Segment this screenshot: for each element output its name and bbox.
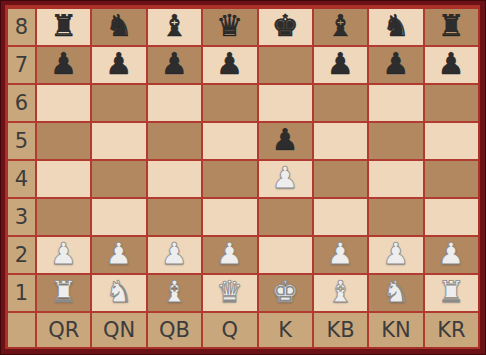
black-pawn[interactable]: ♟ [50,49,77,79]
white-king[interactable]: ♚ [272,277,299,307]
square-e6[interactable] [259,85,312,121]
square-b7[interactable]: ♟ [92,47,145,83]
square-d8[interactable]: ♛ [203,9,256,45]
board-inner-frame: 8♜♞♝♛♚♝♞♜7♟♟♟♟♟♟♟65♟4♟32♟♟♟♟♟♟♟1♜♞♝♛♚♝♞♜… [5,5,480,349]
square-c3[interactable] [148,199,201,235]
rank-label-6: 6 [8,85,35,121]
square-e4[interactable]: ♟ [259,161,312,197]
square-d3[interactable] [203,199,256,235]
corner-cell [8,313,35,347]
square-h7[interactable]: ♟ [425,47,478,83]
black-pawn[interactable]: ♟ [106,49,133,79]
white-queen[interactable]: ♛ [216,277,243,307]
square-d1[interactable]: ♛ [203,275,256,311]
file-label-kr: KR [425,313,478,347]
chess-board-frame: 8♜♞♝♛♚♝♞♜7♟♟♟♟♟♟♟65♟4♟32♟♟♟♟♟♟♟1♜♞♝♛♚♝♞♜… [0,0,486,355]
square-g7[interactable]: ♟ [369,47,422,83]
rank-label-8: 8 [8,9,35,45]
black-bishop[interactable]: ♝ [161,11,188,41]
square-e1[interactable]: ♚ [259,275,312,311]
black-queen[interactable]: ♛ [216,11,243,41]
square-a3[interactable] [37,199,90,235]
white-bishop[interactable]: ♝ [161,277,188,307]
square-d4[interactable] [203,161,256,197]
square-c2[interactable]: ♟ [148,237,201,273]
file-label-k: K [259,313,312,347]
white-bishop[interactable]: ♝ [327,277,354,307]
square-e2[interactable] [259,237,312,273]
square-h2[interactable]: ♟ [425,237,478,273]
square-d5[interactable] [203,123,256,159]
black-king[interactable]: ♚ [272,11,299,41]
white-pawn[interactable]: ♟ [161,239,188,269]
square-b8[interactable]: ♞ [92,9,145,45]
square-g5[interactable] [369,123,422,159]
square-c4[interactable] [148,161,201,197]
white-pawn[interactable]: ♟ [438,239,465,269]
black-pawn[interactable]: ♟ [438,49,465,79]
square-h4[interactable] [425,161,478,197]
square-a1[interactable]: ♜ [37,275,90,311]
square-e7[interactable] [259,47,312,83]
rank-label-7: 7 [8,47,35,83]
square-c1[interactable]: ♝ [148,275,201,311]
square-g2[interactable]: ♟ [369,237,422,273]
white-pawn[interactable]: ♟ [382,239,409,269]
white-pawn[interactable]: ♟ [106,239,133,269]
white-rook[interactable]: ♜ [438,277,465,307]
square-b2[interactable]: ♟ [92,237,145,273]
rank-label-3: 3 [8,199,35,235]
file-label-kb: KB [314,313,367,347]
black-pawn[interactable]: ♟ [216,49,243,79]
square-f5[interactable] [314,123,367,159]
square-f2[interactable]: ♟ [314,237,367,273]
white-pawn[interactable]: ♟ [327,239,354,269]
square-c6[interactable] [148,85,201,121]
chess-board: 8♜♞♝♛♚♝♞♜7♟♟♟♟♟♟♟65♟4♟32♟♟♟♟♟♟♟1♜♞♝♛♚♝♞♜… [8,9,478,347]
square-f4[interactable] [314,161,367,197]
square-g1[interactable]: ♞ [369,275,422,311]
black-rook[interactable]: ♜ [438,11,465,41]
square-a7[interactable]: ♟ [37,47,90,83]
square-a5[interactable] [37,123,90,159]
square-h1[interactable]: ♜ [425,275,478,311]
square-d2[interactable]: ♟ [203,237,256,273]
square-b4[interactable] [92,161,145,197]
square-f8[interactable]: ♝ [314,9,367,45]
black-pawn[interactable]: ♟ [382,49,409,79]
square-d7[interactable]: ♟ [203,47,256,83]
square-e8[interactable]: ♚ [259,9,312,45]
white-pawn[interactable]: ♟ [216,239,243,269]
file-label-q: Q [203,313,256,347]
square-g8[interactable]: ♞ [369,9,422,45]
file-label-kn: KN [369,313,422,347]
black-bishop[interactable]: ♝ [327,11,354,41]
black-pawn[interactable]: ♟ [327,49,354,79]
square-h3[interactable] [425,199,478,235]
file-label-qb: QB [148,313,201,347]
square-f3[interactable] [314,199,367,235]
square-c7[interactable]: ♟ [148,47,201,83]
rank-label-1: 1 [8,275,35,311]
file-label-qr: QR [37,313,90,347]
square-h5[interactable] [425,123,478,159]
white-knight[interactable]: ♞ [382,277,409,307]
square-h6[interactable] [425,85,478,121]
square-e5[interactable]: ♟ [259,123,312,159]
square-c8[interactable]: ♝ [148,9,201,45]
file-label-qn: QN [92,313,145,347]
square-a2[interactable]: ♟ [37,237,90,273]
square-f6[interactable] [314,85,367,121]
square-g6[interactable] [369,85,422,121]
square-g4[interactable] [369,161,422,197]
square-a8[interactable]: ♜ [37,9,90,45]
square-f1[interactable]: ♝ [314,275,367,311]
rank-label-2: 2 [8,237,35,273]
square-f7[interactable]: ♟ [314,47,367,83]
white-pawn[interactable]: ♟ [50,239,77,269]
square-b5[interactable] [92,123,145,159]
square-b3[interactable] [92,199,145,235]
square-a6[interactable] [37,85,90,121]
white-pawn[interactable]: ♟ [272,163,299,193]
white-knight[interactable]: ♞ [106,277,133,307]
white-rook[interactable]: ♜ [50,277,77,307]
square-g3[interactable] [369,199,422,235]
black-knight[interactable]: ♞ [382,11,409,41]
black-pawn[interactable]: ♟ [161,49,188,79]
black-rook[interactable]: ♜ [50,11,77,41]
square-d6[interactable] [203,85,256,121]
square-h8[interactable]: ♜ [425,9,478,45]
square-b6[interactable] [92,85,145,121]
black-knight[interactable]: ♞ [106,11,133,41]
square-a4[interactable] [37,161,90,197]
square-b1[interactable]: ♞ [92,275,145,311]
square-c5[interactable] [148,123,201,159]
black-pawn[interactable]: ♟ [272,125,299,155]
square-e3[interactable] [259,199,312,235]
rank-label-5: 5 [8,123,35,159]
rank-label-4: 4 [8,161,35,197]
